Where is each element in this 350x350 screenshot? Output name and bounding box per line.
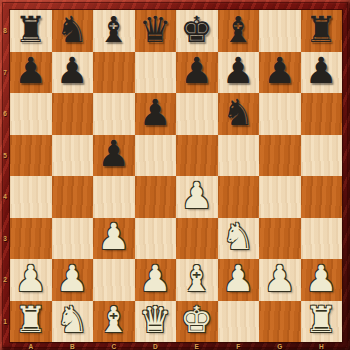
square-h4[interactable] [301,176,343,218]
square-f5[interactable] [218,135,260,177]
square-f8[interactable]: ♝ [218,10,260,52]
white-pawn-piece: ♟ [264,261,296,297]
square-a4[interactable] [10,176,52,218]
file-labels: ABCDEFGH [10,342,342,350]
square-b6[interactable] [52,93,94,135]
square-f6[interactable]: ♞ [218,93,260,135]
black-rook-piece: ♜ [15,12,47,48]
square-f3[interactable]: ♞ [218,218,260,260]
square-g1[interactable] [259,301,301,343]
file-label-e: E [176,342,218,350]
square-g4[interactable] [259,176,301,218]
square-a2[interactable]: ♟ [10,259,52,301]
white-queen-piece: ♛ [139,302,171,338]
black-queen-piece: ♛ [139,12,171,48]
square-g3[interactable] [259,218,301,260]
square-d3[interactable] [135,218,177,260]
white-pawn-piece: ♟ [56,261,88,297]
square-e3[interactable] [176,218,218,260]
square-f2[interactable]: ♟ [218,259,260,301]
square-f1[interactable] [218,301,260,343]
square-e7[interactable]: ♟ [176,52,218,94]
white-rook-piece: ♜ [305,302,337,338]
white-pawn-piece: ♟ [305,261,337,297]
black-pawn-piece: ♟ [264,53,296,89]
black-knight-piece: ♞ [222,95,254,131]
square-e2[interactable]: ♝ [176,259,218,301]
square-h2[interactable]: ♟ [301,259,343,301]
square-b7[interactable]: ♟ [52,52,94,94]
square-d2[interactable]: ♟ [135,259,177,301]
square-g8[interactable] [259,10,301,52]
square-c3[interactable]: ♟ [93,218,135,260]
square-b1[interactable]: ♞ [52,301,94,343]
square-h1[interactable]: ♜ [301,301,343,343]
white-pawn-piece: ♟ [15,261,47,297]
white-pawn-piece: ♟ [139,261,171,297]
square-f4[interactable] [218,176,260,218]
chessboard-screenshot: ♜♞♝♛♚♝♜♟♟♟♟♟♟♟♞♟♟♟♞♟♟♟♝♟♟♟♜♞♝♛♚♜ 8765432… [0,0,350,350]
square-g6[interactable] [259,93,301,135]
file-label-h: H [301,342,343,350]
square-d6[interactable]: ♟ [135,93,177,135]
black-pawn-piece: ♟ [305,53,337,89]
square-c5[interactable]: ♟ [93,135,135,177]
file-label-g: G [259,342,301,350]
square-b3[interactable] [52,218,94,260]
square-c7[interactable] [93,52,135,94]
rank-label-4: 4 [0,176,10,218]
square-d5[interactable] [135,135,177,177]
black-bishop-piece: ♝ [98,12,130,48]
square-b4[interactable] [52,176,94,218]
white-rook-piece: ♜ [15,302,47,338]
white-knight-piece: ♞ [222,219,254,255]
square-e1[interactable]: ♚ [176,301,218,343]
black-pawn-piece: ♟ [181,53,213,89]
square-b2[interactable]: ♟ [52,259,94,301]
white-pawn-piece: ♟ [181,178,213,214]
white-king-piece: ♚ [181,302,213,338]
square-a5[interactable] [10,135,52,177]
square-h5[interactable] [301,135,343,177]
black-pawn-piece: ♟ [56,53,88,89]
square-e4[interactable]: ♟ [176,176,218,218]
square-h7[interactable]: ♟ [301,52,343,94]
file-label-b: B [52,342,94,350]
square-h8[interactable]: ♜ [301,10,343,52]
black-rook-piece: ♜ [305,12,337,48]
white-bishop-piece: ♝ [98,302,130,338]
chess-board: ♜♞♝♛♚♝♜♟♟♟♟♟♟♟♞♟♟♟♞♟♟♟♝♟♟♟♜♞♝♛♚♜ [10,10,342,342]
square-c1[interactable]: ♝ [93,301,135,343]
white-pawn-piece: ♟ [98,219,130,255]
square-g7[interactable]: ♟ [259,52,301,94]
square-d1[interactable]: ♛ [135,301,177,343]
white-bishop-piece: ♝ [181,261,213,297]
square-e5[interactable] [176,135,218,177]
black-bishop-piece: ♝ [222,12,254,48]
square-d8[interactable]: ♛ [135,10,177,52]
file-label-c: C [93,342,135,350]
file-label-f: F [218,342,260,350]
rank-label-3: 3 [0,218,10,260]
square-c4[interactable] [93,176,135,218]
rank-label-6: 6 [0,93,10,135]
black-knight-piece: ♞ [56,12,88,48]
white-pawn-piece: ♟ [222,261,254,297]
white-knight-piece: ♞ [56,302,88,338]
square-a7[interactable]: ♟ [10,52,52,94]
square-b5[interactable] [52,135,94,177]
square-d7[interactable] [135,52,177,94]
rank-labels: 87654321 [0,10,10,342]
square-b8[interactable]: ♞ [52,10,94,52]
black-pawn-piece: ♟ [139,95,171,131]
square-a1[interactable]: ♜ [10,301,52,343]
black-king-piece: ♚ [181,12,213,48]
black-pawn-piece: ♟ [222,53,254,89]
rank-label-2: 2 [0,259,10,301]
black-pawn-piece: ♟ [15,53,47,89]
rank-label-5: 5 [0,135,10,177]
square-c6[interactable] [93,93,135,135]
rank-label-7: 7 [0,52,10,94]
square-e8[interactable]: ♚ [176,10,218,52]
square-e6[interactable] [176,93,218,135]
black-pawn-piece: ♟ [98,136,130,172]
square-f7[interactable]: ♟ [218,52,260,94]
square-h6[interactable] [301,93,343,135]
square-h3[interactable] [301,218,343,260]
square-c8[interactable]: ♝ [93,10,135,52]
rank-label-1: 1 [0,301,10,343]
rank-label-8: 8 [0,10,10,52]
square-a3[interactable] [10,218,52,260]
square-g2[interactable]: ♟ [259,259,301,301]
file-label-a: A [10,342,52,350]
square-g5[interactable] [259,135,301,177]
square-a6[interactable] [10,93,52,135]
file-label-d: D [135,342,177,350]
square-a8[interactable]: ♜ [10,10,52,52]
square-c2[interactable] [93,259,135,301]
square-d4[interactable] [135,176,177,218]
